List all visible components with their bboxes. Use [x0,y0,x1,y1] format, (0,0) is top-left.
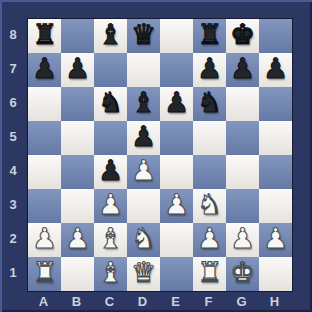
square-g4[interactable] [226,155,259,189]
file-label-e: E [159,292,192,312]
square-e6[interactable]: ♟ [160,87,193,121]
square-e7[interactable] [160,53,193,87]
square-g8[interactable]: ♚ [226,19,259,53]
square-a1[interactable]: ♜ [28,257,61,291]
square-g3[interactable] [226,189,259,223]
square-d8[interactable]: ♛ [127,19,160,53]
black-rook[interactable]: ♜ [197,21,222,49]
rank-label-8: 8 [0,18,26,52]
rank-label-2: 2 [0,222,26,256]
black-bishop[interactable]: ♝ [131,89,156,117]
rank-label-6: 6 [0,86,26,120]
white-pawn[interactable]: ♟ [197,225,222,253]
white-pawn[interactable]: ♟ [98,191,123,219]
black-pawn[interactable]: ♟ [263,55,288,83]
square-b1[interactable] [61,257,94,291]
square-f1[interactable]: ♜ [193,257,226,291]
black-pawn[interactable]: ♟ [65,55,90,83]
square-f8[interactable]: ♜ [193,19,226,53]
black-king[interactable]: ♚ [230,21,255,49]
square-f2[interactable]: ♟ [193,223,226,257]
square-c6[interactable]: ♞ [94,87,127,121]
square-e4[interactable] [160,155,193,189]
square-g1[interactable]: ♚ [226,257,259,291]
square-b2[interactable]: ♟ [61,223,94,257]
square-e1[interactable] [160,257,193,291]
square-f3[interactable]: ♞ [193,189,226,223]
square-h2[interactable]: ♟ [259,223,292,257]
square-f5[interactable] [193,121,226,155]
square-b6[interactable] [61,87,94,121]
square-a4[interactable] [28,155,61,189]
square-c7[interactable] [94,53,127,87]
square-g5[interactable] [226,121,259,155]
file-label-a: A [27,292,60,312]
white-bishop[interactable]: ♝ [98,259,123,287]
white-pawn[interactable]: ♟ [32,225,57,253]
white-knight[interactable]: ♞ [197,191,222,219]
black-rook[interactable]: ♜ [32,21,57,49]
square-f6[interactable]: ♞ [193,87,226,121]
square-h3[interactable] [259,189,292,223]
black-pawn[interactable]: ♟ [32,55,57,83]
square-d3[interactable] [127,189,160,223]
black-pawn[interactable]: ♟ [98,157,123,185]
white-bishop[interactable]: ♝ [98,225,123,253]
square-c2[interactable]: ♝ [94,223,127,257]
white-pawn[interactable]: ♟ [230,225,255,253]
square-b3[interactable] [61,189,94,223]
square-a5[interactable] [28,121,61,155]
square-g7[interactable]: ♟ [226,53,259,87]
square-a3[interactable] [28,189,61,223]
rank-label-3: 3 [0,188,26,222]
square-c5[interactable] [94,121,127,155]
rank-label-1: 1 [0,256,26,290]
square-h7[interactable]: ♟ [259,53,292,87]
black-pawn[interactable]: ♟ [164,89,189,117]
file-label-b: B [60,292,93,312]
square-d4[interactable]: ♟ [127,155,160,189]
square-h8[interactable] [259,19,292,53]
square-b5[interactable] [61,121,94,155]
square-c1[interactable]: ♝ [94,257,127,291]
square-a8[interactable]: ♜ [28,19,61,53]
white-king[interactable]: ♚ [230,259,255,287]
square-g6[interactable] [226,87,259,121]
square-f7[interactable]: ♟ [193,53,226,87]
file-label-c: C [93,292,126,312]
square-b4[interactable] [61,155,94,189]
black-pawn[interactable]: ♟ [131,123,156,151]
black-pawn[interactable]: ♟ [230,55,255,83]
white-knight[interactable]: ♞ [131,225,156,253]
square-a6[interactable] [28,87,61,121]
square-c3[interactable]: ♟ [94,189,127,223]
square-a7[interactable]: ♟ [28,53,61,87]
rank-label-4: 4 [0,154,26,188]
white-rook[interactable]: ♜ [32,259,57,287]
square-d5[interactable]: ♟ [127,121,160,155]
square-h6[interactable] [259,87,292,121]
square-b8[interactable] [61,19,94,53]
white-pawn[interactable]: ♟ [65,225,90,253]
rank-label-5: 5 [0,120,26,154]
square-h1[interactable] [259,257,292,291]
chess-board: ♜♝♛♜♚♟♟♟♟♟♞♝♟♞♟♟♟♟♟♞♟♟♝♞♟♟♟♜♝♛♜♚ [27,18,293,292]
white-pawn[interactable]: ♟ [164,191,189,219]
square-e2[interactable] [160,223,193,257]
square-b7[interactable]: ♟ [61,53,94,87]
white-pawn[interactable]: ♟ [131,157,156,185]
white-pawn[interactable]: ♟ [263,225,288,253]
square-d6[interactable]: ♝ [127,87,160,121]
square-g2[interactable]: ♟ [226,223,259,257]
square-c4[interactable]: ♟ [94,155,127,189]
square-c8[interactable]: ♝ [94,19,127,53]
square-f4[interactable] [193,155,226,189]
black-pawn[interactable]: ♟ [197,55,222,83]
black-knight[interactable]: ♞ [197,89,222,117]
black-queen[interactable]: ♛ [131,21,156,49]
square-h4[interactable] [259,155,292,189]
rank-label-7: 7 [0,52,26,86]
square-e5[interactable] [160,121,193,155]
file-label-g: G [225,292,258,312]
file-label-h: H [258,292,291,312]
white-queen[interactable]: ♛ [131,259,156,287]
square-e8[interactable] [160,19,193,53]
square-h5[interactable] [259,121,292,155]
file-label-f: F [192,292,225,312]
board-frame: ♜♝♛♜♚♟♟♟♟♟♞♝♟♞♟♟♟♟♟♞♟♟♝♞♟♟♟♜♝♛♜♚ 8765432… [0,0,312,312]
square-e3[interactable]: ♟ [160,189,193,223]
square-d1[interactable]: ♛ [127,257,160,291]
black-bishop[interactable]: ♝ [98,21,123,49]
square-d2[interactable]: ♞ [127,223,160,257]
square-d7[interactable] [127,53,160,87]
square-a2[interactable]: ♟ [28,223,61,257]
white-rook[interactable]: ♜ [197,259,222,287]
black-knight[interactable]: ♞ [98,89,123,117]
file-label-d: D [126,292,159,312]
